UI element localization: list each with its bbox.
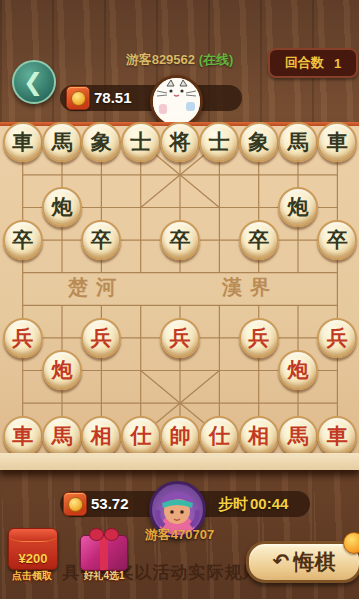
piece-black-卒[interactable]: 卒 [239,220,279,260]
board-cell-a10[interactable]: 車 [3,126,42,159]
gift-icon [100,536,108,570]
piece-black-炮[interactable]: 炮 [278,187,318,227]
board-cell-d9[interactable] [121,159,160,192]
undo-icon: ↶ [273,549,290,573]
board-cell-b3[interactable]: 炮 [42,354,81,387]
board-cell-a5[interactable] [3,289,42,322]
board-cell-i3[interactable] [318,354,357,387]
board-cell-h2[interactable] [278,387,317,420]
board-cell-f1[interactable]: 仕 [200,419,239,452]
board-cell-h5[interactable] [278,289,317,322]
piece-red-兵[interactable]: 兵 [160,318,200,358]
board-cell-e2[interactable] [160,387,199,420]
step-time-label: 步时 [218,495,248,514]
player-coin-amount: 53.72 [91,495,129,512]
board-cell-b2[interactable] [42,387,81,420]
board-cell-h7[interactable] [278,224,317,257]
piece-red-相[interactable]: 相 [81,416,121,456]
board-cell-e1[interactable]: 帥 [160,419,199,452]
step-time-value: 00:44 [250,495,288,512]
piece-black-卒[interactable]: 卒 [3,220,43,260]
board-cell-b1[interactable]: 馬 [42,419,81,452]
gift-bow-icon [89,528,119,540]
piece-black-炮[interactable]: 炮 [42,187,82,227]
piece-black-馬[interactable]: 馬 [42,122,82,162]
board-cell-g6[interactable] [239,256,278,289]
piece-red-馬[interactable]: 馬 [42,416,82,456]
coin-icon [63,492,87,516]
board-cell-e4[interactable]: 兵 [160,322,199,355]
board-cell-i6[interactable] [318,256,357,289]
board-cell-h8[interactable]: 炮 [278,191,317,224]
board-cell-e8[interactable] [160,191,199,224]
board-cell-c10[interactable]: 象 [82,126,121,159]
opponent-name: 游客829562 [126,52,195,67]
board-cell-b7[interactable] [42,224,81,257]
board-cell-e3[interactable] [160,354,199,387]
board-bottom-trim [0,453,359,470]
board-cell-i5[interactable] [318,289,357,322]
board-cell-g1[interactable]: 相 [239,419,278,452]
board-cell-f10[interactable]: 士 [200,126,239,159]
board-cell-a9[interactable] [3,159,42,192]
round-counter-badge: 回合数 1 [268,48,358,78]
board-cell-g3[interactable] [239,354,278,387]
piece-black-士[interactable]: 士 [121,122,161,162]
board-cell-e7[interactable]: 卒 [160,224,199,257]
board-cell-f9[interactable] [200,159,239,192]
piece-black-車[interactable]: 車 [3,122,43,162]
board-cell-d10[interactable]: 士 [121,126,160,159]
piece-black-象[interactable]: 象 [81,122,121,162]
piece-red-帥[interactable]: 帥 [160,416,200,456]
board-cell-b8[interactable]: 炮 [42,191,81,224]
piece-red-馬[interactable]: 馬 [278,416,318,456]
board-cell-b9[interactable] [42,159,81,192]
board-cell-g2[interactable] [239,387,278,420]
board-cell-g9[interactable] [239,159,278,192]
board-cell-b6[interactable] [42,256,81,289]
board-cell-c3[interactable] [82,354,121,387]
undo-label: 悔棋 [293,548,335,576]
board-cell-f4[interactable] [200,322,239,355]
xiangqi-board: 楚河 漢界 車馬象士将士象馬車炮炮卒卒卒卒卒兵兵兵兵兵炮炮車馬相仕帥仕相馬車 [0,122,359,470]
board-cell-h3[interactable]: 炮 [278,354,317,387]
board-cell-d2[interactable] [121,387,160,420]
board-cell-a8[interactable] [3,191,42,224]
board-cell-a7[interactable]: 卒 [3,224,42,257]
board-cell-i9[interactable] [318,159,357,192]
board-cell-g7[interactable]: 卒 [239,224,278,257]
piece-black-象[interactable]: 象 [239,122,279,162]
piece-black-卒[interactable]: 卒 [81,220,121,260]
board-cell-f8[interactable] [200,191,239,224]
board-cell-i1[interactable]: 車 [318,419,357,452]
board-cell-g10[interactable]: 象 [239,126,278,159]
board-cell-c2[interactable] [82,387,121,420]
board-cell-h9[interactable] [278,159,317,192]
board-cell-i2[interactable] [318,387,357,420]
piece-black-士[interactable]: 士 [199,122,239,162]
piece-red-仕[interactable]: 仕 [199,416,239,456]
piece-red-兵[interactable]: 兵 [239,318,279,358]
board-cell-a2[interactable] [3,387,42,420]
board-cell-f5[interactable] [200,289,239,322]
undo-move-button[interactable]: ↶ 悔棋 [246,541,359,583]
board-cell-f2[interactable] [200,387,239,420]
coin-icon [66,86,90,110]
board-cell-d1[interactable]: 仕 [121,419,160,452]
piece-red-仕[interactable]: 仕 [121,416,161,456]
board-grid: 車馬象士将士象馬車炮炮卒卒卒卒卒兵兵兵兵兵炮炮車馬相仕帥仕相馬車 [3,126,357,452]
board-cell-i10[interactable]: 車 [318,126,357,159]
red-envelope-icon [9,529,57,542]
board-cell-f6[interactable] [200,256,239,289]
piece-black-卒[interactable]: 卒 [160,220,200,260]
board-cell-d5[interactable] [121,289,160,322]
opponent-avatar[interactable] [150,75,203,128]
piece-red-車[interactable]: 車 [317,416,357,456]
back-icon: ❮ [23,70,43,94]
piece-red-炮[interactable]: 炮 [42,350,82,390]
board-cell-a4[interactable]: 兵 [3,322,42,355]
piece-red-兵[interactable]: 兵 [317,318,357,358]
board-cell-h1[interactable]: 馬 [278,419,317,452]
board-cell-i8[interactable] [318,191,357,224]
board-cell-c8[interactable] [82,191,121,224]
board-cell-f3[interactable] [200,354,239,387]
board-cell-e5[interactable] [160,289,199,322]
board-cell-h6[interactable] [278,256,317,289]
piece-black-卒[interactable]: 卒 [317,220,357,260]
board-cell-c6[interactable] [82,256,121,289]
board-cell-d8[interactable] [121,191,160,224]
board-cell-d6[interactable] [121,256,160,289]
board-cell-i7[interactable]: 卒 [318,224,357,257]
board-cell-c1[interactable]: 相 [82,419,121,452]
board-cell-b5[interactable] [42,289,81,322]
gift-label: 好礼4选1 [66,569,142,583]
board-cell-c5[interactable] [82,289,121,322]
board-cell-f7[interactable] [200,224,239,257]
cat-avatar-image [153,78,200,125]
board-cell-a6[interactable] [3,256,42,289]
piece-red-兵[interactable]: 兵 [81,318,121,358]
gift-box-button[interactable] [80,535,128,571]
board-cell-c7[interactable]: 卒 [82,224,121,257]
piece-black-馬[interactable]: 馬 [278,122,318,162]
board-cell-a1[interactable]: 車 [3,419,42,452]
board-cell-g8[interactable] [239,191,278,224]
opponent-status-tag: (在线) [199,52,234,67]
red-packet-button[interactable]: ¥200 [8,528,58,570]
red-packet-amount: ¥200 [9,551,57,566]
board-cell-e10[interactable]: 将 [160,126,199,159]
board-cell-g4[interactable]: 兵 [239,322,278,355]
board-cell-i4[interactable]: 兵 [318,322,357,355]
board-cell-c9[interactable] [82,159,121,192]
board-cell-a3[interactable] [3,354,42,387]
board-cell-c4[interactable]: 兵 [82,322,121,355]
opponent-coin-amount: 78.51 [94,89,132,106]
piece-black-車[interactable]: 車 [317,122,357,162]
board-cell-d4[interactable] [121,322,160,355]
round-label: 回合数 [285,54,324,72]
board-cell-e9[interactable] [160,159,199,192]
board-cell-e6[interactable] [160,256,199,289]
piece-red-兵[interactable]: 兵 [3,318,43,358]
round-value: 1 [334,56,341,71]
board-cell-d7[interactable] [121,224,160,257]
board-cell-h10[interactable]: 馬 [278,126,317,159]
board-cell-h4[interactable] [278,322,317,355]
piece-red-車[interactable]: 車 [3,416,43,456]
piece-red-炮[interactable]: 炮 [278,350,318,390]
piece-black-将[interactable]: 将 [160,122,200,162]
board-cell-b4[interactable] [42,322,81,355]
board-cell-b10[interactable]: 馬 [42,126,81,159]
piece-red-相[interactable]: 相 [239,416,279,456]
board-cell-g5[interactable] [239,289,278,322]
red-packet-action-label[interactable]: 点击领取 [2,569,62,583]
board-cell-d3[interactable] [121,354,160,387]
coin-badge-icon [343,532,359,554]
